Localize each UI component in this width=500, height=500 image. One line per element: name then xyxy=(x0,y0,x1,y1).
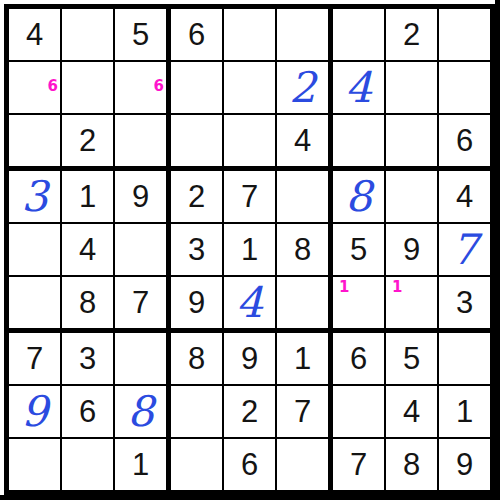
given-digit: 6 xyxy=(188,19,205,50)
cell-r6c7[interactable]: 1 xyxy=(333,277,386,333)
cell-r2c4[interactable] xyxy=(171,62,224,115)
cell-r8c3[interactable]: 8 xyxy=(115,386,171,439)
given-digit: 7 xyxy=(294,396,311,427)
cell-r4c8[interactable] xyxy=(386,171,439,224)
cell-r1c4[interactable]: 6 xyxy=(171,9,224,62)
cell-r3c7[interactable] xyxy=(333,115,386,171)
cell-r8c7[interactable] xyxy=(333,386,386,439)
cell-r3c1[interactable] xyxy=(9,115,62,171)
entry-digit: 8 xyxy=(127,391,154,433)
pencil-mark: 6 xyxy=(48,79,58,94)
given-digit: 8 xyxy=(403,449,420,480)
cell-r7c8[interactable]: 5 xyxy=(386,333,439,386)
cell-r4c9[interactable]: 4 xyxy=(439,171,490,224)
cell-r7c4[interactable]: 8 xyxy=(171,333,224,386)
cell-r7c2[interactable]: 3 xyxy=(62,333,115,386)
cell-r8c1[interactable]: 9 xyxy=(9,386,62,439)
cell-r9c9[interactable]: 9 xyxy=(439,439,490,490)
entry-digit: 4 xyxy=(236,282,263,324)
given-digit: 3 xyxy=(79,343,96,374)
given-digit: 2 xyxy=(403,19,420,50)
given-digit: 7 xyxy=(350,449,367,480)
given-digit: 4 xyxy=(456,181,473,212)
cell-r9c6[interactable] xyxy=(277,439,333,490)
entry-digit: 3 xyxy=(21,176,48,218)
cell-r3c5[interactable] xyxy=(224,115,277,171)
cell-r6c3[interactable]: 7 xyxy=(115,277,171,333)
given-digit: 7 xyxy=(241,181,258,212)
given-digit: 6 xyxy=(79,396,96,427)
cell-r9c2[interactable] xyxy=(62,439,115,490)
cell-r1c9[interactable] xyxy=(439,9,490,62)
pencil-mark: 6 xyxy=(154,79,164,94)
cell-r2c7[interactable]: 4 xyxy=(333,62,386,115)
cell-r1c3[interactable]: 5 xyxy=(115,9,171,62)
given-digit: 9 xyxy=(188,287,205,318)
given-digit: 6 xyxy=(456,125,473,156)
given-digit: 4 xyxy=(26,19,43,50)
cell-r1c2[interactable] xyxy=(62,9,115,62)
given-digit: 3 xyxy=(456,287,473,318)
cell-r3c6[interactable]: 4 xyxy=(277,115,333,171)
cell-r2c2[interactable] xyxy=(62,62,115,115)
cell-r9c4[interactable] xyxy=(171,439,224,490)
given-digit: 4 xyxy=(294,125,311,156)
cell-r3c9[interactable]: 6 xyxy=(439,115,490,171)
entry-digit: 7 xyxy=(451,229,478,271)
sudoku-board: 4562662424631927844318597879411373891659… xyxy=(4,4,495,495)
cell-r5c9[interactable]: 7 xyxy=(439,224,490,277)
cell-r3c2[interactable]: 2 xyxy=(62,115,115,171)
given-digit: 9 xyxy=(456,449,473,480)
puzzle-sheet: 4562662424631927844318597879411373891659… xyxy=(0,0,495,495)
cell-r9c3[interactable]: 1 xyxy=(115,439,171,490)
given-digit: 8 xyxy=(79,287,96,318)
cell-r1c1[interactable]: 4 xyxy=(9,9,62,62)
given-digit: 2 xyxy=(241,396,258,427)
cell-r4c3[interactable]: 9 xyxy=(115,171,171,224)
cell-r5c8[interactable]: 9 xyxy=(386,224,439,277)
cell-r5c1[interactable] xyxy=(9,224,62,277)
cell-r7c3[interactable] xyxy=(115,333,171,386)
cell-r5c5[interactable]: 1 xyxy=(224,224,277,277)
pencil-mark: 1 xyxy=(392,280,402,295)
cell-r6c8[interactable]: 1 xyxy=(386,277,439,333)
cell-r9c1[interactable] xyxy=(9,439,62,490)
cell-r1c5[interactable] xyxy=(224,9,277,62)
given-digit: 8 xyxy=(294,234,311,265)
entry-digit: 2 xyxy=(289,67,316,109)
cell-r3c8[interactable] xyxy=(386,115,439,171)
cell-r7c7[interactable]: 6 xyxy=(333,333,386,386)
cell-r9c5[interactable]: 6 xyxy=(224,439,277,490)
cell-r5c4[interactable]: 3 xyxy=(171,224,224,277)
cell-r4c5[interactable]: 7 xyxy=(224,171,277,224)
entry-digit: 8 xyxy=(345,176,372,218)
given-digit: 6 xyxy=(350,343,367,374)
cell-r7c9[interactable] xyxy=(439,333,490,386)
given-digit: 2 xyxy=(188,181,205,212)
cell-r2c6[interactable]: 2 xyxy=(277,62,333,115)
given-digit: 8 xyxy=(188,343,205,374)
given-digit: 9 xyxy=(132,181,149,212)
entry-digit: 9 xyxy=(21,391,48,433)
given-digit: 3 xyxy=(188,234,205,265)
cell-r5c6[interactable]: 8 xyxy=(277,224,333,277)
cell-r5c2[interactable]: 4 xyxy=(62,224,115,277)
given-digit: 4 xyxy=(403,396,420,427)
cell-r8c8[interactable]: 4 xyxy=(386,386,439,439)
cell-r6c5[interactable]: 4 xyxy=(224,277,277,333)
pencil-mark: 1 xyxy=(339,280,349,295)
given-digit: 5 xyxy=(403,343,420,374)
cell-r8c5[interactable]: 2 xyxy=(224,386,277,439)
cell-r5c3[interactable] xyxy=(115,224,171,277)
cell-r2c1[interactable]: 6 xyxy=(9,62,62,115)
cell-r8c6[interactable]: 7 xyxy=(277,386,333,439)
cell-r9c8[interactable]: 8 xyxy=(386,439,439,490)
given-digit: 1 xyxy=(456,396,473,427)
given-digit: 1 xyxy=(79,181,96,212)
entry-digit: 4 xyxy=(345,67,372,109)
cell-r4c4[interactable]: 2 xyxy=(171,171,224,224)
cell-r6c2[interactable]: 8 xyxy=(62,277,115,333)
cell-r1c6[interactable] xyxy=(277,9,333,62)
cell-r2c8[interactable] xyxy=(386,62,439,115)
given-digit: 7 xyxy=(132,287,149,318)
cell-r1c7[interactable] xyxy=(333,9,386,62)
cell-r6c6[interactable] xyxy=(277,277,333,333)
given-digit: 9 xyxy=(403,234,420,265)
given-digit: 5 xyxy=(132,19,149,50)
cell-r7c6[interactable]: 1 xyxy=(277,333,333,386)
cell-r1c8[interactable]: 2 xyxy=(386,9,439,62)
cell-r2c5[interactable] xyxy=(224,62,277,115)
cell-r3c3[interactable] xyxy=(115,115,171,171)
given-digit: 2 xyxy=(79,125,96,156)
given-digit: 9 xyxy=(241,343,258,374)
given-digit: 4 xyxy=(79,234,96,265)
cell-r8c2[interactable]: 6 xyxy=(62,386,115,439)
cell-r7c5[interactable]: 9 xyxy=(224,333,277,386)
cell-r7c1[interactable]: 7 xyxy=(9,333,62,386)
given-digit: 5 xyxy=(350,234,367,265)
cell-r3c4[interactable] xyxy=(171,115,224,171)
cell-r6c1[interactable] xyxy=(9,277,62,333)
cell-r4c7[interactable]: 8 xyxy=(333,171,386,224)
cell-r8c9[interactable]: 1 xyxy=(439,386,490,439)
cell-r5c7[interactable]: 5 xyxy=(333,224,386,277)
cell-r4c2[interactable]: 1 xyxy=(62,171,115,224)
cell-r4c1[interactable]: 3 xyxy=(9,171,62,224)
cell-r8c4[interactable] xyxy=(171,386,224,439)
cell-r6c9[interactable]: 3 xyxy=(439,277,490,333)
given-digit: 1 xyxy=(294,343,311,374)
given-digit: 1 xyxy=(241,234,258,265)
given-digit: 1 xyxy=(132,449,149,480)
cell-r2c9[interactable] xyxy=(439,62,490,115)
given-digit: 7 xyxy=(26,343,43,374)
cell-r6c4[interactable]: 9 xyxy=(171,277,224,333)
cell-r4c6[interactable] xyxy=(277,171,333,224)
cell-r9c7[interactable]: 7 xyxy=(333,439,386,490)
cell-r2c3[interactable]: 6 xyxy=(115,62,171,115)
given-digit: 6 xyxy=(241,449,258,480)
